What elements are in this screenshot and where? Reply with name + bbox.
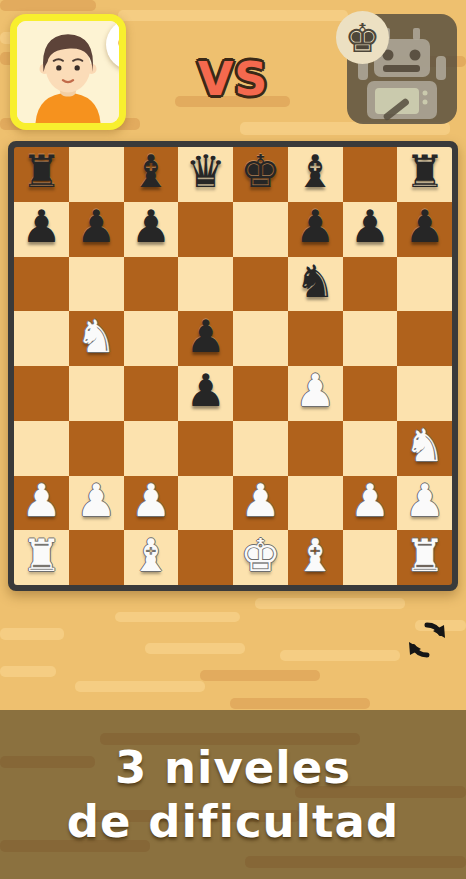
white-pawn[interactable]: ♟ — [76, 478, 116, 523]
square-b2[interactable]: ♟ — [69, 476, 124, 531]
square-d3[interactable] — [178, 421, 233, 476]
white-bishop[interactable]: ♝ — [295, 533, 335, 578]
wood-stripe — [145, 643, 245, 654]
square-d4[interactable]: ♟ — [178, 366, 233, 421]
black-pawn[interactable]: ♟ — [295, 204, 335, 249]
white-pawn[interactable]: ♟ — [21, 478, 61, 523]
square-f7[interactable]: ♟ — [288, 202, 343, 257]
square-d6[interactable] — [178, 257, 233, 312]
black-knight[interactable]: ♞ — [295, 259, 335, 304]
square-b3[interactable] — [69, 421, 124, 476]
square-g6[interactable] — [343, 257, 398, 312]
square-c5[interactable] — [124, 311, 179, 366]
white-knight[interactable]: ♞ — [404, 423, 444, 468]
square-h6[interactable] — [397, 257, 452, 312]
white-rook[interactable]: ♜ — [21, 533, 61, 578]
square-c3[interactable] — [124, 421, 179, 476]
square-e1[interactable]: ♚ — [233, 530, 288, 585]
square-c1[interactable]: ♝ — [124, 530, 179, 585]
black-queen[interactable]: ♛ — [185, 149, 225, 194]
square-h2[interactable]: ♟ — [397, 476, 452, 531]
square-g7[interactable]: ♟ — [343, 202, 398, 257]
square-d8[interactable]: ♛ — [178, 147, 233, 202]
black-pawn[interactable]: ♟ — [76, 204, 116, 249]
square-f6[interactable]: ♞ — [288, 257, 343, 312]
square-g2[interactable]: ♟ — [343, 476, 398, 531]
app-screen: ♔ VS — [0, 0, 466, 879]
square-a6[interactable] — [14, 257, 69, 312]
black-pawn[interactable]: ♟ — [185, 368, 225, 413]
bottom-banner: 3 niveles de dificultad — [0, 710, 466, 879]
chess-board: ♜♝♛♚♝♜♟♟♟♟♟♟♞♞♟♟♟♞♟♟♟♟♟♟♜♝♚♝♜ — [8, 141, 458, 591]
square-e2[interactable]: ♟ — [233, 476, 288, 531]
square-a4[interactable] — [14, 366, 69, 421]
square-b7[interactable]: ♟ — [69, 202, 124, 257]
black-king-icon: ♚ — [345, 15, 381, 61]
white-bishop[interactable]: ♝ — [131, 533, 171, 578]
square-b4[interactable] — [69, 366, 124, 421]
square-c4[interactable] — [124, 366, 179, 421]
banner-line1: 3 niveles — [115, 742, 351, 794]
wood-stripe — [200, 670, 320, 681]
white-knight[interactable]: ♞ — [76, 314, 116, 359]
square-e3[interactable] — [233, 421, 288, 476]
square-f8[interactable]: ♝ — [288, 147, 343, 202]
square-g1[interactable] — [343, 530, 398, 585]
square-a2[interactable]: ♟ — [14, 476, 69, 531]
square-e6[interactable] — [233, 257, 288, 312]
square-h4[interactable] — [397, 366, 452, 421]
square-h8[interactable]: ♜ — [397, 147, 452, 202]
refresh-button[interactable] — [403, 616, 451, 664]
square-a1[interactable]: ♜ — [14, 530, 69, 585]
square-g5[interactable] — [343, 311, 398, 366]
white-pawn[interactable]: ♟ — [131, 478, 171, 523]
square-b1[interactable] — [69, 530, 124, 585]
square-d5[interactable]: ♟ — [178, 311, 233, 366]
square-c8[interactable]: ♝ — [124, 147, 179, 202]
square-h5[interactable] — [397, 311, 452, 366]
white-king[interactable]: ♚ — [240, 533, 280, 578]
wood-stripe — [0, 628, 64, 640]
square-g4[interactable] — [343, 366, 398, 421]
square-h1[interactable]: ♜ — [397, 530, 452, 585]
square-b8[interactable] — [69, 147, 124, 202]
square-e8[interactable]: ♚ — [233, 147, 288, 202]
refresh-icon — [403, 616, 451, 664]
white-pawn[interactable]: ♟ — [295, 368, 335, 413]
black-pawn[interactable]: ♟ — [21, 204, 61, 249]
square-a5[interactable] — [14, 311, 69, 366]
square-e5[interactable] — [233, 311, 288, 366]
match-header: ♔ VS — [0, 0, 466, 140]
white-pawn[interactable]: ♟ — [404, 478, 444, 523]
square-c6[interactable] — [124, 257, 179, 312]
square-a3[interactable] — [14, 421, 69, 476]
wood-stripe — [115, 612, 240, 622]
square-e4[interactable] — [233, 366, 288, 421]
black-bishop[interactable]: ♝ — [131, 149, 171, 194]
square-b5[interactable]: ♞ — [69, 311, 124, 366]
black-bishop[interactable]: ♝ — [295, 149, 335, 194]
square-d1[interactable] — [178, 530, 233, 585]
wood-stripe — [280, 650, 400, 661]
black-pawn[interactable]: ♟ — [131, 204, 171, 249]
square-f2[interactable] — [288, 476, 343, 531]
white-rook[interactable]: ♜ — [404, 533, 444, 578]
black-pawn[interactable]: ♟ — [404, 204, 444, 249]
square-g8[interactable] — [343, 147, 398, 202]
black-king[interactable]: ♚ — [240, 149, 280, 194]
robot-player-card: ♚ — [347, 14, 457, 124]
wood-stripe — [230, 698, 370, 709]
banner-line2: de dificultad — [67, 796, 399, 848]
square-d2[interactable] — [178, 476, 233, 531]
square-d7[interactable] — [178, 202, 233, 257]
black-pawn[interactable]: ♟ — [350, 204, 390, 249]
wood-stripe — [0, 666, 56, 677]
black-king-badge: ♚ — [336, 11, 389, 64]
black-rook[interactable]: ♜ — [21, 149, 61, 194]
white-pawn[interactable]: ♟ — [350, 478, 390, 523]
square-g3[interactable] — [343, 421, 398, 476]
square-f1[interactable]: ♝ — [288, 530, 343, 585]
square-h3[interactable]: ♞ — [397, 421, 452, 476]
square-c7[interactable]: ♟ — [124, 202, 179, 257]
black-pawn[interactable]: ♟ — [185, 314, 225, 359]
black-rook[interactable]: ♜ — [404, 149, 444, 194]
square-c2[interactable]: ♟ — [124, 476, 179, 531]
square-f5[interactable] — [288, 311, 343, 366]
square-f3[interactable] — [288, 421, 343, 476]
square-f4[interactable]: ♟ — [288, 366, 343, 421]
wood-stripe — [255, 598, 405, 609]
wood-stripe — [75, 681, 205, 692]
square-e7[interactable] — [233, 202, 288, 257]
white-pawn[interactable]: ♟ — [240, 478, 280, 523]
square-a7[interactable]: ♟ — [14, 202, 69, 257]
square-h7[interactable]: ♟ — [397, 202, 452, 257]
square-b6[interactable] — [69, 257, 124, 312]
square-a8[interactable]: ♜ — [14, 147, 69, 202]
